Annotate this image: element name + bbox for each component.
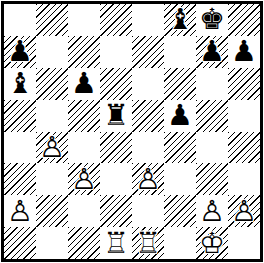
- square-d5[interactable]: ♜♜: [100, 100, 132, 132]
- square-c5[interactable]: [68, 100, 100, 132]
- square-f7[interactable]: [164, 36, 196, 68]
- piece-black-pawn: ♟: [68, 68, 100, 100]
- black-bishop-halo: ♝: [164, 4, 196, 36]
- square-a8[interactable]: [4, 4, 36, 36]
- white-king-halo: ♚: [196, 227, 228, 259]
- square-c3[interactable]: ♟♙: [68, 163, 100, 195]
- square-h1[interactable]: [228, 227, 260, 259]
- square-a3[interactable]: [4, 163, 36, 195]
- black-pawn-halo: ♟: [196, 36, 228, 68]
- square-c8[interactable]: [68, 4, 100, 36]
- square-f8[interactable]: ♝♝: [164, 4, 196, 36]
- square-e5[interactable]: [132, 100, 164, 132]
- square-d8[interactable]: [100, 4, 132, 36]
- square-g7[interactable]: ♟♟: [196, 36, 228, 68]
- piece-white-pawn: ♙: [132, 163, 164, 195]
- piece-black-bishop: ♝: [4, 68, 36, 100]
- square-a5[interactable]: [4, 100, 36, 132]
- square-g8[interactable]: ♚♚: [196, 4, 228, 36]
- square-e4[interactable]: [132, 132, 164, 164]
- black-rook-halo: ♜: [100, 100, 132, 132]
- black-king-halo: ♚: [196, 4, 228, 36]
- piece-white-pawn: ♙: [36, 132, 68, 164]
- white-rook-halo: ♜: [100, 227, 132, 259]
- square-a7[interactable]: ♟♟: [4, 36, 36, 68]
- piece-white-pawn: ♙: [68, 163, 100, 195]
- square-c2[interactable]: [68, 195, 100, 227]
- piece-black-bishop: ♝: [164, 4, 196, 36]
- square-e8[interactable]: [132, 4, 164, 36]
- square-g2[interactable]: ♟♙: [196, 195, 228, 227]
- square-c6[interactable]: ♟♟: [68, 68, 100, 100]
- piece-white-rook: ♖: [132, 227, 164, 259]
- piece-black-pawn: ♟: [228, 36, 260, 68]
- white-pawn-halo: ♟: [4, 195, 36, 227]
- square-d1[interactable]: ♜♖: [100, 227, 132, 259]
- white-rook-halo: ♜: [132, 227, 164, 259]
- square-g1[interactable]: ♚♔: [196, 227, 228, 259]
- square-b8[interactable]: [36, 4, 68, 36]
- white-pawn-halo: ♟: [68, 163, 100, 195]
- square-c4[interactable]: [68, 132, 100, 164]
- piece-black-pawn: ♟: [196, 36, 228, 68]
- square-e1[interactable]: ♜♖: [132, 227, 164, 259]
- square-f5[interactable]: ♟♟: [164, 100, 196, 132]
- piece-black-pawn: ♟: [4, 36, 36, 68]
- square-f4[interactable]: [164, 132, 196, 164]
- square-f2[interactable]: [164, 195, 196, 227]
- square-d2[interactable]: [100, 195, 132, 227]
- square-b1[interactable]: [36, 227, 68, 259]
- white-pawn-halo: ♟: [228, 195, 260, 227]
- black-pawn-halo: ♟: [228, 36, 260, 68]
- black-pawn-halo: ♟: [68, 68, 100, 100]
- square-h8[interactable]: [228, 4, 260, 36]
- square-b4[interactable]: ♟♙: [36, 132, 68, 164]
- black-pawn-halo: ♟: [164, 100, 196, 132]
- square-e3[interactable]: ♟♙: [132, 163, 164, 195]
- square-a1[interactable]: [4, 227, 36, 259]
- piece-white-king: ♔: [196, 227, 228, 259]
- square-b5[interactable]: [36, 100, 68, 132]
- square-f1[interactable]: [164, 227, 196, 259]
- square-h7[interactable]: ♟♟: [228, 36, 260, 68]
- square-c1[interactable]: [68, 227, 100, 259]
- square-b3[interactable]: [36, 163, 68, 195]
- square-h5[interactable]: [228, 100, 260, 132]
- square-g6[interactable]: [196, 68, 228, 100]
- piece-black-king: ♚: [196, 4, 228, 36]
- chessboard[interactable]: ♝♝♚♚♟♟♟♟♟♟♝♝♟♟♜♜♟♟♟♙♟♙♟♙♟♙♟♙♟♙♜♖♜♖♚♔: [1, 1, 263, 262]
- chess-diagram: ♝♝♚♚♟♟♟♟♟♟♝♝♟♟♜♜♟♟♟♙♟♙♟♙♟♙♟♙♟♙♜♖♜♖♚♔: [0, 0, 264, 263]
- square-a2[interactable]: ♟♙: [4, 195, 36, 227]
- square-d3[interactable]: [100, 163, 132, 195]
- square-h4[interactable]: [228, 132, 260, 164]
- square-f6[interactable]: [164, 68, 196, 100]
- piece-white-pawn: ♙: [196, 195, 228, 227]
- square-d4[interactable]: [100, 132, 132, 164]
- square-d7[interactable]: [100, 36, 132, 68]
- square-b6[interactable]: [36, 68, 68, 100]
- piece-black-rook: ♜: [100, 100, 132, 132]
- square-g4[interactable]: [196, 132, 228, 164]
- square-h2[interactable]: ♟♙: [228, 195, 260, 227]
- white-pawn-halo: ♟: [36, 132, 68, 164]
- square-g5[interactable]: [196, 100, 228, 132]
- square-a6[interactable]: ♝♝: [4, 68, 36, 100]
- square-b7[interactable]: [36, 36, 68, 68]
- square-a4[interactable]: [4, 132, 36, 164]
- white-pawn-halo: ♟: [132, 163, 164, 195]
- square-f3[interactable]: [164, 163, 196, 195]
- black-bishop-halo: ♝: [4, 68, 36, 100]
- square-e7[interactable]: [132, 36, 164, 68]
- black-pawn-halo: ♟: [4, 36, 36, 68]
- square-h3[interactable]: [228, 163, 260, 195]
- square-b2[interactable]: [36, 195, 68, 227]
- piece-white-pawn: ♙: [4, 195, 36, 227]
- square-c7[interactable]: [68, 36, 100, 68]
- square-e6[interactable]: [132, 68, 164, 100]
- piece-black-pawn: ♟: [164, 100, 196, 132]
- square-d6[interactable]: [100, 68, 132, 100]
- square-e2[interactable]: [132, 195, 164, 227]
- white-pawn-halo: ♟: [196, 195, 228, 227]
- piece-white-pawn: ♙: [228, 195, 260, 227]
- square-h6[interactable]: [228, 68, 260, 100]
- square-g3[interactable]: [196, 163, 228, 195]
- piece-white-rook: ♖: [100, 227, 132, 259]
